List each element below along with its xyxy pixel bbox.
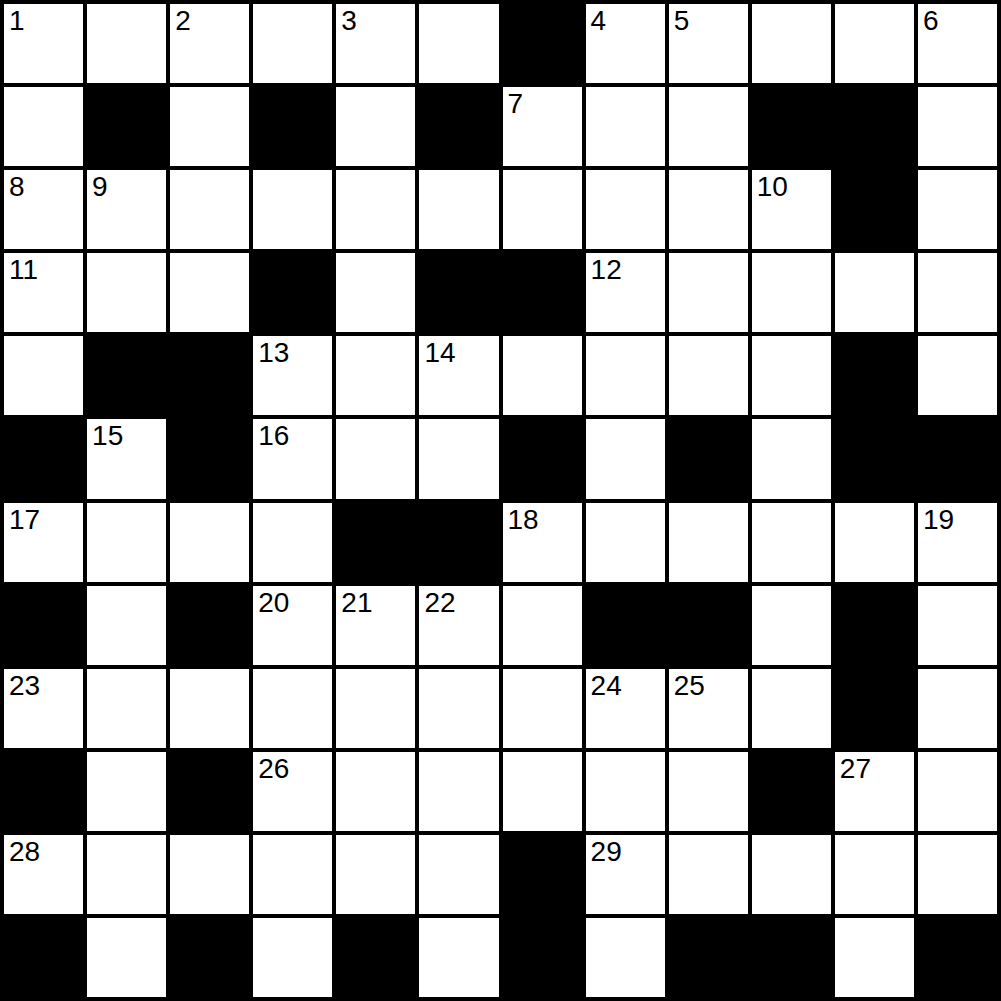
clue-number-20: 20 xyxy=(258,588,289,617)
clue-number-2: 2 xyxy=(175,6,191,35)
cell-r5c7[interactable] xyxy=(503,336,582,415)
cell-r3c7[interactable] xyxy=(503,170,582,249)
block-cell-r8c8 xyxy=(586,586,665,665)
crossword-grid: 1234567891011121314151617181920212223242… xyxy=(0,0,1001,1001)
cell-r12c2[interactable] xyxy=(87,918,166,997)
clue-number-11: 11 xyxy=(9,255,38,284)
cell-r6c5[interactable] xyxy=(336,419,415,498)
cell-r2c3[interactable] xyxy=(170,87,249,166)
block-cell-r2c11 xyxy=(835,87,914,166)
block-cell-r6c3 xyxy=(170,419,249,498)
block-cell-r12c3 xyxy=(170,918,249,997)
block-cell-r12c1 xyxy=(4,918,83,997)
cell-r3c12[interactable] xyxy=(918,170,997,249)
cell-r7c3[interactable] xyxy=(170,503,249,582)
cell-r6c8[interactable] xyxy=(586,419,665,498)
cell-r4c3[interactable] xyxy=(170,253,249,332)
block-cell-r4c4 xyxy=(253,253,332,332)
block-cell-r2c2 xyxy=(87,87,166,166)
clue-number-23: 23 xyxy=(9,671,40,700)
cell-r10c7[interactable] xyxy=(503,752,582,831)
cell-r9c6[interactable] xyxy=(419,669,498,748)
cell-r7c2[interactable] xyxy=(87,503,166,582)
cell-r2c5[interactable] xyxy=(336,87,415,166)
cell-r1c5[interactable]: 3 xyxy=(336,4,415,83)
cell-r3c10[interactable]: 10 xyxy=(752,170,831,249)
block-cell-r10c1 xyxy=(4,752,83,831)
cell-r11c6[interactable] xyxy=(419,835,498,914)
block-cell-r6c9 xyxy=(669,419,748,498)
block-cell-r12c5 xyxy=(336,918,415,997)
cell-r11c12[interactable] xyxy=(918,835,997,914)
block-cell-r8c3 xyxy=(170,586,249,665)
cell-r1c2[interactable] xyxy=(87,4,166,83)
cell-r11c2[interactable] xyxy=(87,835,166,914)
clue-number-14: 14 xyxy=(424,338,455,367)
cell-r6c6[interactable] xyxy=(419,419,498,498)
cell-r5c1[interactable] xyxy=(4,336,83,415)
cell-r1c1[interactable]: 1 xyxy=(4,4,83,83)
cell-r10c4[interactable]: 26 xyxy=(253,752,332,831)
cell-r6c10[interactable] xyxy=(752,419,831,498)
cell-r3c5[interactable] xyxy=(336,170,415,249)
block-cell-r4c6 xyxy=(419,253,498,332)
cell-r12c11[interactable] xyxy=(835,918,914,997)
block-cell-r12c10 xyxy=(752,918,831,997)
block-cell-r3c11 xyxy=(835,170,914,249)
cell-r11c3[interactable] xyxy=(170,835,249,914)
cell-r8c7[interactable] xyxy=(503,586,582,665)
cell-r9c10[interactable] xyxy=(752,669,831,748)
clue-number-24: 24 xyxy=(591,671,622,700)
cell-r1c10[interactable] xyxy=(752,4,831,83)
cell-r8c12[interactable] xyxy=(918,586,997,665)
cell-r5c8[interactable] xyxy=(586,336,665,415)
block-cell-r6c11 xyxy=(835,419,914,498)
cell-r11c4[interactable] xyxy=(253,835,332,914)
clue-number-29: 29 xyxy=(591,837,622,866)
cell-r3c1[interactable]: 8 xyxy=(4,170,83,249)
block-cell-r1c7 xyxy=(503,4,582,83)
clue-number-27: 27 xyxy=(840,754,871,783)
cell-r5c10[interactable] xyxy=(752,336,831,415)
cell-r3c3[interactable] xyxy=(170,170,249,249)
cell-r4c1[interactable]: 11 xyxy=(4,253,83,332)
block-cell-r11c7 xyxy=(503,835,582,914)
cell-r4c10[interactable] xyxy=(752,253,831,332)
clue-number-18: 18 xyxy=(508,505,539,534)
block-cell-r12c12 xyxy=(918,918,997,997)
cell-r1c9[interactable]: 5 xyxy=(669,4,748,83)
cell-r11c10[interactable] xyxy=(752,835,831,914)
cell-r2c7[interactable]: 7 xyxy=(503,87,582,166)
cell-r6c2[interactable]: 15 xyxy=(87,419,166,498)
clue-number-17: 17 xyxy=(9,505,40,534)
block-cell-r8c9 xyxy=(669,586,748,665)
cell-r5c4[interactable]: 13 xyxy=(253,336,332,415)
cell-r2c8[interactable] xyxy=(586,87,665,166)
cell-r7c4[interactable] xyxy=(253,503,332,582)
cell-r11c5[interactable] xyxy=(336,835,415,914)
cell-r7c8[interactable] xyxy=(586,503,665,582)
block-cell-r8c11 xyxy=(835,586,914,665)
cell-r1c3[interactable]: 2 xyxy=(170,4,249,83)
clue-number-1: 1 xyxy=(9,6,25,35)
cell-r8c10[interactable] xyxy=(752,586,831,665)
cell-r5c12[interactable] xyxy=(918,336,997,415)
clue-number-5: 5 xyxy=(674,6,690,35)
block-cell-r12c9 xyxy=(669,918,748,997)
block-cell-r5c3 xyxy=(170,336,249,415)
cell-r1c8[interactable]: 4 xyxy=(586,4,665,83)
cell-r10c8[interactable] xyxy=(586,752,665,831)
clue-number-4: 4 xyxy=(591,6,607,35)
cell-r9c1[interactable]: 23 xyxy=(4,669,83,748)
cell-r9c4[interactable] xyxy=(253,669,332,748)
block-cell-r6c1 xyxy=(4,419,83,498)
cell-r11c8[interactable]: 29 xyxy=(586,835,665,914)
block-cell-r2c4 xyxy=(253,87,332,166)
cell-r9c3[interactable] xyxy=(170,669,249,748)
cell-r8c5[interactable]: 21 xyxy=(336,586,415,665)
cell-r8c2[interactable] xyxy=(87,586,166,665)
clue-number-12: 12 xyxy=(591,255,622,284)
clue-number-15: 15 xyxy=(92,421,123,450)
block-cell-r7c5 xyxy=(336,503,415,582)
clue-number-28: 28 xyxy=(9,837,40,866)
clue-number-9: 9 xyxy=(92,172,108,201)
cell-r3c2[interactable]: 9 xyxy=(87,170,166,249)
block-cell-r6c7 xyxy=(503,419,582,498)
cell-r11c9[interactable] xyxy=(669,835,748,914)
cell-r4c5[interactable] xyxy=(336,253,415,332)
cell-r3c6[interactable] xyxy=(419,170,498,249)
clue-number-21: 21 xyxy=(341,588,372,617)
block-cell-r2c6 xyxy=(419,87,498,166)
clue-number-10: 10 xyxy=(757,172,788,201)
cell-r4c2[interactable] xyxy=(87,253,166,332)
block-cell-r10c3 xyxy=(170,752,249,831)
cell-r10c11[interactable]: 27 xyxy=(835,752,914,831)
cell-r9c7[interactable] xyxy=(503,669,582,748)
cell-r5c9[interactable] xyxy=(669,336,748,415)
cell-r10c9[interactable] xyxy=(669,752,748,831)
block-cell-r2c10 xyxy=(752,87,831,166)
cell-r7c10[interactable] xyxy=(752,503,831,582)
cell-r2c9[interactable] xyxy=(669,87,748,166)
cell-r10c12[interactable] xyxy=(918,752,997,831)
block-cell-r7c6 xyxy=(419,503,498,582)
cell-r1c6[interactable] xyxy=(419,4,498,83)
clue-number-16: 16 xyxy=(258,421,289,450)
cell-r9c2[interactable] xyxy=(87,669,166,748)
cell-r1c12[interactable]: 6 xyxy=(918,4,997,83)
cell-r8c4[interactable]: 20 xyxy=(253,586,332,665)
block-cell-r6c12 xyxy=(918,419,997,498)
cell-r12c4[interactable] xyxy=(253,918,332,997)
cell-r4c12[interactable] xyxy=(918,253,997,332)
block-cell-r8c1 xyxy=(4,586,83,665)
cell-r11c11[interactable] xyxy=(835,835,914,914)
cell-r10c2[interactable] xyxy=(87,752,166,831)
clue-number-7: 7 xyxy=(508,89,524,118)
clue-number-3: 3 xyxy=(341,6,357,35)
clue-number-8: 8 xyxy=(9,172,25,201)
cell-r7c9[interactable] xyxy=(669,503,748,582)
cell-r9c9[interactable]: 25 xyxy=(669,669,748,748)
cell-r1c11[interactable] xyxy=(835,4,914,83)
cell-r4c9[interactable] xyxy=(669,253,748,332)
cell-r12c8[interactable] xyxy=(586,918,665,997)
cell-r9c8[interactable]: 24 xyxy=(586,669,665,748)
cell-r7c1[interactable]: 17 xyxy=(4,503,83,582)
clue-number-19: 19 xyxy=(923,505,954,534)
block-cell-r4c7 xyxy=(503,253,582,332)
cell-r2c1[interactable] xyxy=(4,87,83,166)
cell-r5c6[interactable]: 14 xyxy=(419,336,498,415)
block-cell-r5c2 xyxy=(87,336,166,415)
clue-number-6: 6 xyxy=(923,6,939,35)
cell-r10c5[interactable] xyxy=(336,752,415,831)
block-cell-r12c7 xyxy=(503,918,582,997)
clue-number-25: 25 xyxy=(674,671,705,700)
cell-r6c4[interactable]: 16 xyxy=(253,419,332,498)
cell-r1c4[interactable] xyxy=(253,4,332,83)
clue-number-26: 26 xyxy=(258,754,289,783)
block-cell-r9c11 xyxy=(835,669,914,748)
cell-r2c12[interactable] xyxy=(918,87,997,166)
cell-r11c1[interactable]: 28 xyxy=(4,835,83,914)
cell-r12c6[interactable] xyxy=(419,918,498,997)
cell-r9c5[interactable] xyxy=(336,669,415,748)
cell-r5c5[interactable] xyxy=(336,336,415,415)
clue-number-13: 13 xyxy=(258,338,289,367)
clue-number-22: 22 xyxy=(424,588,455,617)
cell-r9c12[interactable] xyxy=(918,669,997,748)
cell-r4c8[interactable]: 12 xyxy=(586,253,665,332)
cell-r8c6[interactable]: 22 xyxy=(419,586,498,665)
block-cell-r10c10 xyxy=(752,752,831,831)
cell-r4c11[interactable] xyxy=(835,253,914,332)
cell-r10c6[interactable] xyxy=(419,752,498,831)
cell-r3c9[interactable] xyxy=(669,170,748,249)
cell-r3c4[interactable] xyxy=(253,170,332,249)
cell-r7c12[interactable]: 19 xyxy=(918,503,997,582)
cell-r7c7[interactable]: 18 xyxy=(503,503,582,582)
cell-r3c8[interactable] xyxy=(586,170,665,249)
cell-r7c11[interactable] xyxy=(835,503,914,582)
block-cell-r5c11 xyxy=(835,336,914,415)
